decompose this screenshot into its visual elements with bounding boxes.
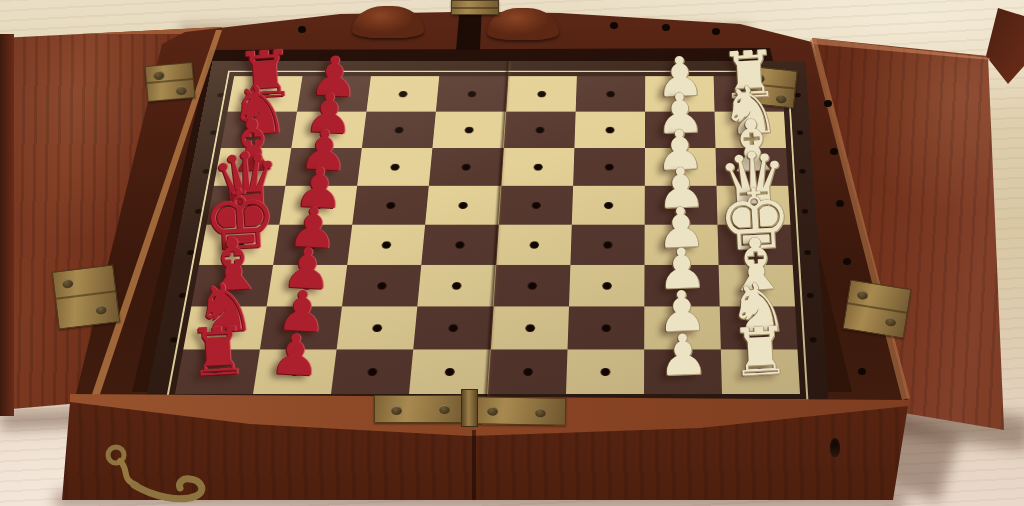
left-flap-outer-lip [0,34,14,416]
board-square[interactable] [409,349,490,394]
travel-chess-set-photo: ♜♟♟♜♞♟♟♞♝♟♟♝♛♟♟♛♚♟♟♚♝♟♟♝♞♟♟♞♜♟♟♜ [0,0,1024,506]
board-square[interactable] [644,349,722,394]
board-square[interactable] [418,265,496,307]
peg-hole [535,126,544,133]
board-square[interactable] [488,349,568,394]
board-square[interactable] [297,76,371,111]
board-square[interactable] [506,76,577,111]
board-square[interactable] [207,186,286,225]
peg-hole [802,209,809,214]
board-square[interactable] [175,349,260,394]
peg-hole [751,282,761,289]
board-square[interactable] [490,306,568,349]
peg-hole [395,126,405,133]
left-flap-bottom-hinge-icon [52,264,121,329]
board-square[interactable] [331,349,413,394]
peg-hole [367,368,378,376]
peg-hole [445,368,456,376]
board-square[interactable] [221,112,297,148]
board-square[interactable] [567,306,644,349]
board-square[interactable] [414,306,494,349]
peg-hole [678,368,688,376]
peg-hole [314,202,324,209]
brass-hook-clasp-icon[interactable] [86,442,226,506]
peg-hole [382,241,392,248]
board-square[interactable] [433,112,506,148]
peg-hole [843,258,851,265]
board-square[interactable] [496,225,572,265]
board-square[interactable] [183,306,266,349]
peg-hole [676,163,685,170]
board-square[interactable] [644,225,718,265]
peg-hole [662,24,670,31]
board-square[interactable] [228,76,303,111]
peg-hole [241,202,251,209]
peg-hole [603,241,613,248]
peg-hole [799,169,806,174]
peg-hole [830,148,838,155]
peg-hole [468,91,477,97]
top-center-hinge-icon [451,0,499,15]
peg-hole [529,241,539,248]
peg-hole [755,368,765,376]
board-square[interactable] [714,112,786,148]
peg-hole [677,324,687,332]
peg-hole [298,26,306,33]
board-square[interactable] [644,186,717,225]
peg-hole [604,202,613,209]
board-square[interactable] [267,265,348,307]
board-square[interactable] [721,349,800,394]
front-fold-seam [472,430,476,500]
peg-hole [227,282,238,289]
peg-hole [302,282,313,289]
board-square[interactable] [569,265,645,307]
board-square[interactable] [260,306,342,349]
peg-hole [797,130,804,134]
peg-hole [676,241,686,248]
peg-hole [677,282,687,289]
board-square[interactable] [716,186,790,225]
board-square[interactable] [498,186,572,225]
peg-hole [523,368,533,376]
peg-hole [676,202,685,209]
peg-hole [750,241,760,248]
peg-hole [449,324,459,332]
board-square[interactable] [362,112,436,148]
peg-hole [324,126,334,133]
peg-hole [748,202,758,209]
peg-hole [600,368,610,376]
peg-hole [455,241,465,248]
peg-hole [260,91,270,97]
board-square[interactable] [347,225,425,265]
peg-hole [386,202,396,209]
board-square[interactable] [715,148,788,186]
peg-hole [809,337,816,342]
board-square[interactable] [253,349,337,394]
board-square[interactable] [645,76,715,111]
peg-hole [390,163,400,170]
peg-hole [296,324,307,332]
board-square[interactable] [573,148,645,186]
peg-hole [602,282,612,289]
peg-hole [212,368,223,376]
board-square[interactable] [291,112,366,148]
peg-hole [604,163,613,170]
peg-hole [377,282,387,289]
peg-hole [319,163,329,170]
peg-hole [462,163,472,170]
board-square[interactable] [501,148,574,186]
peg-hole [807,293,814,298]
board-square[interactable] [574,112,645,148]
board-square[interactable] [720,306,798,349]
hinge-knuckle-icon [461,389,478,427]
peg-hole [601,324,611,332]
peg-hole [254,126,264,133]
board-square[interactable] [645,148,717,186]
board-square[interactable] [645,112,716,148]
chessboard-3d [145,61,829,405]
front-right-hinge-icon [470,396,566,425]
peg-hole [465,126,474,133]
peg-hole [675,91,684,97]
board-square[interactable] [279,186,357,225]
peg-hole [858,368,866,375]
board-square[interactable] [644,265,719,307]
peg-hole [675,126,684,133]
peg-hole [220,324,231,332]
peg-hole [537,91,546,97]
board-square[interactable] [422,225,499,265]
peg-hole [745,126,754,133]
peg-hole [248,163,258,170]
peg-hole [712,28,720,35]
board-square[interactable] [493,265,570,307]
peg-hole [610,22,618,29]
peg-hole [452,282,462,289]
peg-hole [606,91,615,97]
peg-hole [605,126,614,133]
board-square[interactable] [342,265,421,307]
board-square[interactable] [352,186,429,225]
board-square[interactable] [718,265,795,307]
board-square[interactable] [571,186,644,225]
board-square[interactable] [644,306,721,349]
peg-hole [753,324,763,332]
board-square[interactable] [503,112,575,148]
peg-hole [330,91,340,97]
peg-hole [234,241,245,248]
peg-hole [531,202,541,209]
peg-hole [308,241,318,248]
board-square[interactable] [717,225,792,265]
peg-hole [747,163,756,170]
board-square[interactable] [199,225,279,265]
peg-hole [527,282,537,289]
peg-hole [824,100,832,107]
left-flap-top-hinge-icon [145,62,196,102]
board-square[interactable] [286,148,363,186]
right-flap-top-hinge-icon [742,65,798,108]
board-square[interactable] [367,76,440,111]
peg-hole [372,324,383,332]
keyhole-icon [830,438,840,457]
right-flap-bottom-hinge-icon [842,279,911,338]
board-square[interactable] [191,265,273,307]
board-square[interactable] [273,225,352,265]
peg-hole [525,324,535,332]
peg-hole [804,250,811,255]
peg-hole [533,163,542,170]
board-square[interactable] [214,148,292,186]
front-left-hinge-icon [374,395,470,423]
board-square[interactable] [357,148,432,186]
board-square[interactable] [337,306,418,349]
board-square[interactable] [575,76,645,111]
board-square[interactable] [429,148,503,186]
board-square[interactable] [425,186,501,225]
peg-hole [836,200,844,207]
board-square[interactable] [570,225,644,265]
board-square[interactable] [436,76,508,111]
peg-hole [459,202,469,209]
board-square[interactable] [566,349,644,394]
peg-hole [399,91,409,97]
peg-hole [290,368,301,376]
